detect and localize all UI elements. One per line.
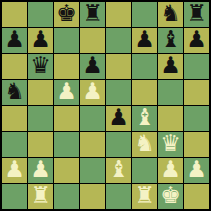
piece-black-pawn[interactable]: ♟ xyxy=(186,28,207,52)
square-e8[interactable] xyxy=(106,2,131,27)
square-e1[interactable] xyxy=(106,184,131,209)
piece-black-pawn[interactable]: ♟ xyxy=(160,54,181,78)
square-d5[interactable]: ♟ xyxy=(80,80,105,105)
square-b8[interactable] xyxy=(28,2,53,27)
piece-white-pawn[interactable]: ♟ xyxy=(4,158,25,182)
square-b1[interactable]: ♜ xyxy=(28,184,53,209)
square-a5[interactable]: ♞ xyxy=(2,80,27,105)
piece-black-pawn[interactable]: ♟ xyxy=(134,28,155,52)
square-g5[interactable] xyxy=(158,80,183,105)
square-d7[interactable] xyxy=(80,28,105,53)
square-d1[interactable] xyxy=(80,184,105,209)
piece-white-pawn[interactable]: ♟ xyxy=(56,80,77,104)
square-f5[interactable] xyxy=(132,80,157,105)
square-g1[interactable]: ♚ xyxy=(158,184,183,209)
square-a3[interactable] xyxy=(2,132,27,157)
square-f2[interactable] xyxy=(132,158,157,183)
square-c7[interactable] xyxy=(54,28,79,53)
square-g6[interactable]: ♟ xyxy=(158,54,183,79)
square-a7[interactable]: ♟ xyxy=(2,28,27,53)
square-d6[interactable]: ♟ xyxy=(80,54,105,79)
square-e3[interactable] xyxy=(106,132,131,157)
square-c8[interactable]: ♚ xyxy=(54,2,79,27)
piece-black-queen[interactable]: ♛ xyxy=(30,54,51,78)
square-a2[interactable]: ♟ xyxy=(2,158,27,183)
square-b6[interactable]: ♛ xyxy=(28,54,53,79)
piece-white-pawn[interactable]: ♟ xyxy=(82,80,103,104)
square-h4[interactable] xyxy=(184,106,209,131)
piece-white-knight[interactable]: ♞ xyxy=(134,132,155,156)
piece-black-knight[interactable]: ♞ xyxy=(4,80,25,104)
square-h8[interactable]: ♜ xyxy=(184,2,209,27)
square-a6[interactable] xyxy=(2,54,27,79)
square-e2[interactable]: ♝ xyxy=(106,158,131,183)
square-d4[interactable] xyxy=(80,106,105,131)
piece-white-bishop[interactable]: ♝ xyxy=(134,106,155,130)
square-h2[interactable]: ♟ xyxy=(184,158,209,183)
piece-white-pawn[interactable]: ♟ xyxy=(186,158,207,182)
square-f6[interactable] xyxy=(132,54,157,79)
chess-board: ♚♜♞♜♟♟♟♝♟♛♟♟♞♟♟♟♝♞♛♟♟♝♟♟♜♜♚ xyxy=(2,2,209,209)
square-c6[interactable] xyxy=(54,54,79,79)
square-d2[interactable] xyxy=(80,158,105,183)
square-f3[interactable]: ♞ xyxy=(132,132,157,157)
piece-white-queen[interactable]: ♛ xyxy=(160,132,181,156)
square-b4[interactable] xyxy=(28,106,53,131)
square-f4[interactable]: ♝ xyxy=(132,106,157,131)
square-g3[interactable]: ♛ xyxy=(158,132,183,157)
piece-white-pawn[interactable]: ♟ xyxy=(30,158,51,182)
square-h7[interactable]: ♟ xyxy=(184,28,209,53)
square-c3[interactable] xyxy=(54,132,79,157)
chess-board-frame: ♚♜♞♜♟♟♟♝♟♛♟♟♞♟♟♟♝♞♛♟♟♝♟♟♜♜♚ xyxy=(0,0,211,211)
piece-white-rook[interactable]: ♜ xyxy=(134,184,155,208)
square-b2[interactable]: ♟ xyxy=(28,158,53,183)
piece-black-knight[interactable]: ♞ xyxy=(160,2,181,26)
square-g2[interactable]: ♟ xyxy=(158,158,183,183)
square-f1[interactable]: ♜ xyxy=(132,184,157,209)
square-a4[interactable] xyxy=(2,106,27,131)
square-h5[interactable] xyxy=(184,80,209,105)
square-g7[interactable]: ♝ xyxy=(158,28,183,53)
piece-black-pawn[interactable]: ♟ xyxy=(4,28,25,52)
piece-black-pawn[interactable]: ♟ xyxy=(30,28,51,52)
square-e4[interactable]: ♟ xyxy=(106,106,131,131)
square-h3[interactable] xyxy=(184,132,209,157)
piece-black-pawn[interactable]: ♟ xyxy=(82,54,103,78)
piece-white-bishop[interactable]: ♝ xyxy=(108,158,129,182)
piece-white-king[interactable]: ♚ xyxy=(160,184,181,208)
square-d3[interactable] xyxy=(80,132,105,157)
square-f8[interactable] xyxy=(132,2,157,27)
square-e6[interactable] xyxy=(106,54,131,79)
square-a8[interactable] xyxy=(2,2,27,27)
square-h1[interactable] xyxy=(184,184,209,209)
piece-black-rook[interactable]: ♜ xyxy=(186,2,207,26)
square-g8[interactable]: ♞ xyxy=(158,2,183,27)
square-c2[interactable] xyxy=(54,158,79,183)
piece-white-rook[interactable]: ♜ xyxy=(30,184,51,208)
square-g4[interactable] xyxy=(158,106,183,131)
square-b3[interactable] xyxy=(28,132,53,157)
piece-white-pawn[interactable]: ♟ xyxy=(160,158,181,182)
square-f7[interactable]: ♟ xyxy=(132,28,157,53)
square-b7[interactable]: ♟ xyxy=(28,28,53,53)
square-c1[interactable] xyxy=(54,184,79,209)
square-e5[interactable] xyxy=(106,80,131,105)
square-h6[interactable] xyxy=(184,54,209,79)
square-d8[interactable]: ♜ xyxy=(80,2,105,27)
piece-black-bishop[interactable]: ♝ xyxy=(160,28,181,52)
piece-black-king[interactable]: ♚ xyxy=(56,2,77,26)
square-a1[interactable] xyxy=(2,184,27,209)
square-e7[interactable] xyxy=(106,28,131,53)
square-b5[interactable] xyxy=(28,80,53,105)
piece-black-pawn[interactable]: ♟ xyxy=(108,106,129,130)
square-c5[interactable]: ♟ xyxy=(54,80,79,105)
square-c4[interactable] xyxy=(54,106,79,131)
piece-black-rook[interactable]: ♜ xyxy=(82,2,103,26)
